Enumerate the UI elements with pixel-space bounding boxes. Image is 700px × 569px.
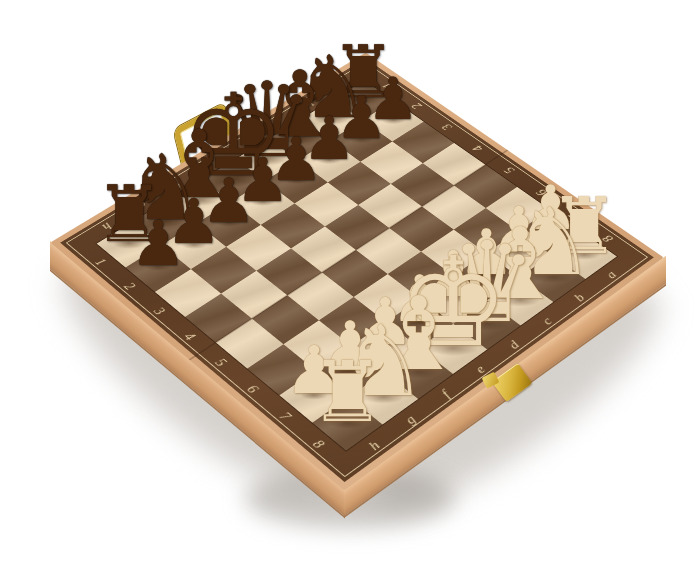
piece-black-pawn-h2[interactable]: ♟ [130, 213, 186, 276]
photo-stage: aa11bb22cc33dd44ee55ff66gg77hh88 ♜♞♝♛♚♝♞… [0, 0, 700, 569]
piece-white-rook-h8[interactable]: ♜ [310, 350, 385, 434]
